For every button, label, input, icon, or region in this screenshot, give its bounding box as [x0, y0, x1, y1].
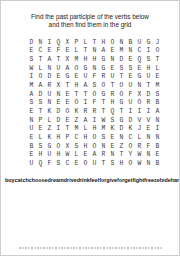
- grid-cell: A: [36, 81, 45, 90]
- grid-cell: E: [63, 90, 72, 99]
- grid-cell: R: [144, 99, 153, 108]
- grid-cell: S: [27, 55, 36, 64]
- grid-cell: F: [54, 47, 63, 56]
- grid-cell: L: [72, 47, 81, 56]
- grid-cell: U: [126, 81, 135, 90]
- grid-cell: H: [90, 55, 99, 64]
- word-list-item: feel: [90, 177, 99, 184]
- grid-cell: I: [45, 38, 54, 47]
- grid-cell: Z: [117, 142, 126, 151]
- grid-cell: X: [135, 90, 144, 99]
- grid-cell: H: [144, 64, 153, 73]
- grid-cell: E: [135, 64, 144, 73]
- grid-cell: N: [90, 64, 99, 73]
- grid-cell: X: [63, 55, 72, 64]
- grid-cell: S: [36, 142, 45, 151]
- grid-cell: A: [81, 116, 90, 125]
- grid-cell: T: [81, 47, 90, 56]
- grid-cell: G: [81, 64, 90, 73]
- grid-cell: G: [99, 90, 108, 99]
- grid-cell: T: [99, 99, 108, 108]
- grid-cell: F: [45, 159, 54, 168]
- grid-cell: T: [108, 81, 117, 90]
- grid-cell: G: [117, 116, 126, 125]
- grid-cell: H: [81, 133, 90, 142]
- grid-cell: T: [90, 38, 99, 47]
- grid-cell: L: [36, 133, 45, 142]
- grid-cell: W: [27, 64, 36, 73]
- grid-cell: Q: [108, 107, 117, 116]
- grid-cell: R: [135, 142, 144, 151]
- grid-cell: A: [153, 107, 162, 116]
- grid-cell: N: [45, 99, 54, 108]
- grid-cell: V: [135, 116, 144, 125]
- grid-cell: H: [99, 38, 108, 47]
- grid-cell: P: [63, 133, 72, 142]
- word-list-item: freeze: [144, 177, 160, 184]
- grid-cell: U: [144, 73, 153, 82]
- grid-cell: D: [36, 90, 45, 99]
- grid-cell: C: [63, 159, 72, 168]
- grid-cell: H: [108, 99, 117, 108]
- grid-cell: C: [36, 47, 45, 56]
- grid-cell: D: [54, 107, 63, 116]
- grid-cell: H: [54, 133, 63, 142]
- grid-cell: T: [99, 107, 108, 116]
- grid-cell: H: [54, 151, 63, 160]
- grid-cell: B: [126, 38, 135, 47]
- grid-cell: N: [135, 81, 144, 90]
- grid-cell: T: [36, 55, 45, 64]
- grid-cell: O: [63, 107, 72, 116]
- grid-cell: N: [108, 151, 117, 160]
- grid-cell: U: [81, 73, 90, 82]
- grid-cell: G: [135, 73, 144, 82]
- grid-cell: H: [81, 142, 90, 151]
- grid-cell: E: [126, 73, 135, 82]
- grid-cell: N: [90, 47, 99, 56]
- grid-cell: U: [108, 73, 117, 82]
- grid-cell: R: [45, 81, 54, 90]
- grid-cell: I: [135, 107, 144, 116]
- grid-cell: N: [108, 55, 117, 64]
- grid-cell: I: [144, 107, 153, 116]
- grid-cell: E: [72, 159, 81, 168]
- grid-cell: U: [90, 159, 99, 168]
- grid-cell: O: [108, 38, 117, 47]
- grid-cell: E: [54, 99, 63, 108]
- word-list-item: forget: [117, 177, 132, 184]
- grid-cell: B: [153, 142, 162, 151]
- grid-cell: U: [27, 125, 36, 134]
- grid-cell: I: [153, 125, 162, 134]
- word-list-item: fight: [132, 177, 144, 184]
- grid-cell: I: [54, 125, 63, 134]
- grid-cell: W: [135, 159, 144, 168]
- worksheet-title: Find the past participle of the verbs be…: [1, 13, 179, 28]
- grid-cell: Z: [72, 116, 81, 125]
- grid-cell: M: [99, 125, 108, 134]
- grid-cell: S: [54, 159, 63, 168]
- grid-cell: A: [63, 64, 72, 73]
- grid-cell: G: [45, 142, 54, 151]
- grid-cell: R: [108, 90, 117, 99]
- grid-cell: E: [108, 47, 117, 56]
- grid-cell: N: [54, 90, 63, 99]
- grid-cell: R: [81, 107, 90, 116]
- grid-cell: D: [45, 73, 54, 82]
- grid-cell: E: [36, 125, 45, 134]
- grid-cell: G: [117, 99, 126, 108]
- grid-cell: F: [90, 99, 99, 108]
- grid-cell: J: [135, 125, 144, 134]
- grid-cell: E: [153, 73, 162, 82]
- grid-cell: O: [126, 142, 135, 151]
- grid-cell: S: [144, 55, 153, 64]
- grid-cell: H: [81, 55, 90, 64]
- grid-cell: S: [117, 64, 126, 73]
- grid-cell: O: [90, 90, 99, 99]
- grid-cell: L: [72, 151, 81, 160]
- grid-cell: K: [126, 125, 135, 134]
- grid-cell: U: [54, 64, 63, 73]
- grid-cell: R: [90, 107, 99, 116]
- grid-cell: O: [36, 73, 45, 82]
- grid-cell: O: [90, 142, 99, 151]
- grid-cell: W: [99, 116, 108, 125]
- grid-cell: T: [144, 81, 153, 90]
- grid-cell: L: [81, 125, 90, 134]
- grid-cell: D: [144, 90, 153, 99]
- grid-cell: E: [54, 73, 63, 82]
- grid-cell: H: [72, 81, 81, 90]
- grid-cell: D: [117, 125, 126, 134]
- grid-cell: I: [81, 99, 90, 108]
- grid-cell: E: [45, 47, 54, 56]
- grid-cell: O: [81, 159, 90, 168]
- grid-cell: G: [63, 73, 72, 82]
- grid-cell: U: [45, 90, 54, 99]
- grid-cell: C: [126, 133, 135, 142]
- grid-cell: T: [99, 159, 108, 168]
- grid-cell: N: [36, 38, 45, 47]
- grid-cell: O: [54, 142, 63, 151]
- grid-cell: E: [108, 133, 117, 142]
- grid-cell: L: [153, 64, 162, 73]
- grid-cell: N: [117, 38, 126, 47]
- grid-cell: T: [117, 151, 126, 160]
- word-list-item: drive: [64, 177, 77, 184]
- word-list-item: forgive: [99, 177, 117, 184]
- grid-cell: T: [63, 125, 72, 134]
- grid-cell: E: [27, 107, 36, 116]
- grid-cell: D: [126, 116, 135, 125]
- grid-cell: I: [144, 47, 153, 56]
- grid-cell: M: [117, 47, 126, 56]
- grid-cell: E: [153, 151, 162, 160]
- grid-cell: O: [135, 99, 144, 108]
- grid-cell: L: [135, 133, 144, 142]
- grid-cell: M: [153, 81, 162, 90]
- grid-cell: N: [99, 142, 108, 151]
- grid-cell: R: [99, 151, 108, 160]
- grid-cell: I: [90, 116, 99, 125]
- grid-cell: H: [36, 151, 45, 160]
- grid-cell: L: [36, 64, 45, 73]
- title-line-2: and then find them in the grid: [1, 21, 179, 29]
- grid-cell: Q: [135, 55, 144, 64]
- grid-cell: X: [63, 38, 72, 47]
- grid-cell: N: [144, 133, 153, 142]
- grid-cell: S: [126, 64, 135, 73]
- grid-cell: G: [99, 64, 108, 73]
- verb-word-list: buycatchchoosedreamdrivedrinkfeelforgive…: [5, 177, 177, 184]
- grid-cell: E: [126, 55, 135, 64]
- grid-cell: P: [72, 38, 81, 47]
- title-line-1: Find the past participle of the verbs be…: [1, 13, 179, 21]
- grid-cell: E: [63, 116, 72, 125]
- grid-cell: I: [27, 73, 36, 82]
- grid-cell: B: [153, 99, 162, 108]
- grid-cell: X: [54, 81, 63, 90]
- grid-cell: D: [117, 55, 126, 64]
- grid-cell: C: [72, 133, 81, 142]
- grid-cell: T: [36, 107, 45, 116]
- grid-cell: M: [72, 55, 81, 64]
- grid-cell: B: [153, 159, 162, 168]
- grid-cell: N: [153, 133, 162, 142]
- word-list-item: hang: [171, 177, 180, 184]
- grid-cell: N: [27, 116, 36, 125]
- grid-cell: W: [63, 151, 72, 160]
- grid-cell: A: [81, 81, 90, 90]
- grid-cell: E: [108, 142, 117, 151]
- grid-cell: U: [135, 38, 144, 47]
- grid-cell: E: [144, 125, 153, 134]
- grid-cell: E: [27, 47, 36, 56]
- grid-cell: O: [99, 81, 108, 90]
- grid-cell: Y: [126, 151, 135, 160]
- word-list-item: drink: [77, 177, 90, 184]
- grid-cell: U: [27, 159, 36, 168]
- grid-cell: T: [54, 55, 63, 64]
- grid-cell: S: [108, 116, 117, 125]
- word-search-grid: DNIQXPLTHONBUGJECEFELTNAEMNCIOSTATXMHHGN…: [27, 38, 162, 168]
- grid-cell: A: [45, 55, 54, 64]
- grid-cell: E: [72, 73, 81, 82]
- grid-cell: A: [90, 151, 99, 160]
- grid-cell: X: [63, 142, 72, 151]
- grid-cell: H: [117, 159, 126, 168]
- grid-cell: K: [72, 107, 81, 116]
- grid-cell: U: [45, 151, 54, 160]
- grid-cell: U: [126, 99, 135, 108]
- word-list-item: buy: [5, 177, 15, 184]
- grid-cell: T: [72, 90, 81, 99]
- grid-cell: A: [27, 90, 36, 99]
- grid-cell: I: [126, 107, 135, 116]
- grid-cell: W: [135, 151, 144, 160]
- grid-cell: S: [36, 99, 45, 108]
- grid-cell: Z: [45, 125, 54, 134]
- word-list-item: choose: [29, 177, 48, 184]
- grid-cell: E: [63, 99, 72, 108]
- grid-cell: E: [108, 64, 117, 73]
- grid-cell: F: [90, 73, 99, 82]
- grid-cell: Q: [54, 38, 63, 47]
- grid-cell: Q: [36, 159, 45, 168]
- grid-cell: T: [153, 55, 162, 64]
- grid-cell: O: [117, 81, 126, 90]
- grid-cell: S: [72, 142, 81, 151]
- grid-cell: H: [90, 125, 99, 134]
- grid-cell: D: [54, 116, 63, 125]
- grid-cell: F: [126, 90, 135, 99]
- grid-cell: E: [63, 47, 72, 56]
- grid-cell: O: [126, 159, 135, 168]
- grid-cell: L: [45, 116, 54, 125]
- footer-fineprint: [19, 247, 163, 250]
- grid-cell: C: [135, 47, 144, 56]
- grid-cell: P: [36, 116, 45, 125]
- grid-cell: N: [144, 159, 153, 168]
- grid-cell: N: [153, 116, 162, 125]
- grid-cell: D: [27, 38, 36, 47]
- grid-cell: E: [81, 151, 90, 160]
- grid-cell: K: [45, 133, 54, 142]
- grid-cell: K: [108, 125, 117, 134]
- worksheet-page: Find the past participle of the verbs be…: [0, 0, 180, 256]
- grid-cell: T: [117, 73, 126, 82]
- grid-cell: S: [99, 133, 108, 142]
- grid-cell: O: [90, 133, 99, 142]
- grid-cell: T: [81, 90, 90, 99]
- grid-cell: A: [99, 47, 108, 56]
- word-list-item: catch: [15, 177, 29, 184]
- grid-cell: S: [27, 99, 36, 108]
- grid-cell: L: [81, 38, 90, 47]
- grid-cell: E: [27, 151, 36, 160]
- grid-cell: O: [72, 64, 81, 73]
- grid-cell: S: [90, 81, 99, 90]
- grid-cell: B: [27, 142, 36, 151]
- grid-cell: J: [153, 38, 162, 47]
- grid-cell: T: [63, 81, 72, 90]
- grid-cell: O: [153, 47, 162, 56]
- grid-cell: G: [144, 38, 153, 47]
- grid-cell: F: [144, 142, 153, 151]
- grid-cell: O: [117, 90, 126, 99]
- grid-cell: N: [126, 47, 135, 56]
- grid-cell: R: [99, 73, 108, 82]
- grid-cell: N: [144, 151, 153, 160]
- grid-cell: M: [27, 81, 36, 90]
- grid-cell: V: [144, 116, 153, 125]
- grid-cell: O: [72, 99, 81, 108]
- grid-cell: N: [45, 64, 54, 73]
- grid-cell: S: [153, 90, 162, 99]
- grid-cell: S: [108, 159, 117, 168]
- grid-cell: N: [117, 133, 126, 142]
- grid-cell: T: [117, 107, 126, 116]
- grid-cell: K: [45, 107, 54, 116]
- word-list-item: hide: [160, 177, 171, 184]
- grid-cell: G: [99, 55, 108, 64]
- grid-cell: E: [27, 133, 36, 142]
- grid-cell: M: [72, 125, 81, 134]
- word-list-item: dream: [48, 177, 64, 184]
